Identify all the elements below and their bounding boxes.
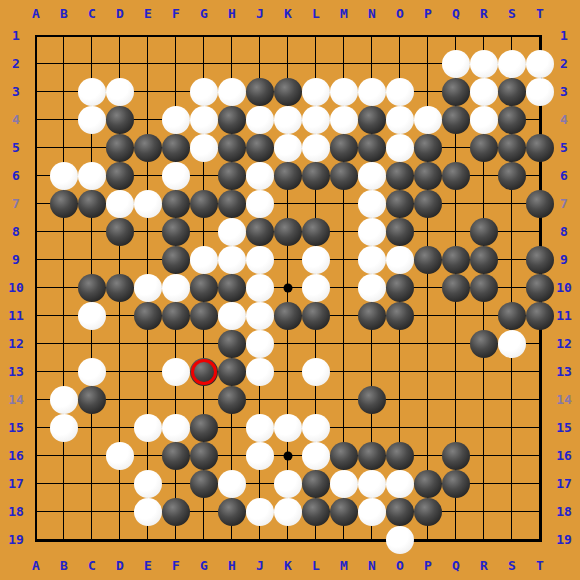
- intersection-S17[interactable]: [498, 470, 526, 498]
- intersection-S4[interactable]: [498, 106, 526, 134]
- intersection-M12[interactable]: [330, 330, 358, 358]
- intersection-P6[interactable]: [414, 162, 442, 190]
- intersection-J7[interactable]: [246, 190, 274, 218]
- intersection-C11[interactable]: [78, 302, 106, 330]
- intersection-L10[interactable]: [302, 274, 330, 302]
- intersection-E17[interactable]: [134, 470, 162, 498]
- intersection-H18[interactable]: [218, 498, 246, 526]
- intersection-L17[interactable]: [302, 470, 330, 498]
- intersection-S8[interactable]: [498, 218, 526, 246]
- intersection-H13[interactable]: [218, 358, 246, 386]
- intersection-R15[interactable]: [470, 414, 498, 442]
- intersection-D13[interactable]: [106, 358, 134, 386]
- intersection-F12[interactable]: [162, 330, 190, 358]
- intersection-B2[interactable]: [50, 50, 78, 78]
- intersection-C7[interactable]: [78, 190, 106, 218]
- intersection-G8[interactable]: [190, 218, 218, 246]
- intersection-C17[interactable]: [78, 470, 106, 498]
- intersection-O9[interactable]: [386, 246, 414, 274]
- intersection-F4[interactable]: [162, 106, 190, 134]
- intersection-N2[interactable]: [358, 50, 386, 78]
- intersection-O2[interactable]: [386, 50, 414, 78]
- intersection-H3[interactable]: [218, 78, 246, 106]
- intersection-K3[interactable]: [274, 78, 302, 106]
- intersection-N14[interactable]: [358, 386, 386, 414]
- intersection-S10[interactable]: [498, 274, 526, 302]
- intersection-D17[interactable]: [106, 470, 134, 498]
- intersection-D4[interactable]: [106, 106, 134, 134]
- intersection-F17[interactable]: [162, 470, 190, 498]
- intersection-K4[interactable]: [274, 106, 302, 134]
- intersection-Q15[interactable]: [442, 414, 470, 442]
- intersection-P17[interactable]: [414, 470, 442, 498]
- intersection-L4[interactable]: [302, 106, 330, 134]
- intersection-C6[interactable]: [78, 162, 106, 190]
- intersection-E6[interactable]: [134, 162, 162, 190]
- intersection-B12[interactable]: [50, 330, 78, 358]
- intersection-G9[interactable]: [190, 246, 218, 274]
- intersection-P12[interactable]: [414, 330, 442, 358]
- intersection-C19[interactable]: [78, 526, 106, 554]
- intersection-K13[interactable]: [274, 358, 302, 386]
- intersection-F10[interactable]: [162, 274, 190, 302]
- intersection-D5[interactable]: [106, 134, 134, 162]
- intersection-M7[interactable]: [330, 190, 358, 218]
- intersection-M9[interactable]: [330, 246, 358, 274]
- intersection-K14[interactable]: [274, 386, 302, 414]
- intersection-R13[interactable]: [470, 358, 498, 386]
- intersection-M15[interactable]: [330, 414, 358, 442]
- intersection-E18[interactable]: [134, 498, 162, 526]
- intersection-C18[interactable]: [78, 498, 106, 526]
- intersection-D11[interactable]: [106, 302, 134, 330]
- intersection-G10[interactable]: [190, 274, 218, 302]
- intersection-R4[interactable]: [470, 106, 498, 134]
- intersection-C10[interactable]: [78, 274, 106, 302]
- intersection-E2[interactable]: [134, 50, 162, 78]
- intersection-O18[interactable]: [386, 498, 414, 526]
- intersection-P15[interactable]: [414, 414, 442, 442]
- intersection-H11[interactable]: [218, 302, 246, 330]
- intersection-B14[interactable]: [50, 386, 78, 414]
- intersection-Q4[interactable]: [442, 106, 470, 134]
- intersection-H6[interactable]: [218, 162, 246, 190]
- intersection-S9[interactable]: [498, 246, 526, 274]
- intersection-G11[interactable]: [190, 302, 218, 330]
- intersection-H10[interactable]: [218, 274, 246, 302]
- intersection-K7[interactable]: [274, 190, 302, 218]
- intersection-M8[interactable]: [330, 218, 358, 246]
- intersection-J13[interactable]: [246, 358, 274, 386]
- intersection-S11[interactable]: [498, 302, 526, 330]
- intersection-R5[interactable]: [470, 134, 498, 162]
- intersection-L14[interactable]: [302, 386, 330, 414]
- intersection-R19[interactable]: [470, 526, 498, 554]
- intersection-F11[interactable]: [162, 302, 190, 330]
- intersection-C4[interactable]: [78, 106, 106, 134]
- intersection-K5[interactable]: [274, 134, 302, 162]
- intersection-B9[interactable]: [50, 246, 78, 274]
- intersection-S15[interactable]: [498, 414, 526, 442]
- intersection-E13[interactable]: [134, 358, 162, 386]
- intersection-H7[interactable]: [218, 190, 246, 218]
- intersection-P13[interactable]: [414, 358, 442, 386]
- intersection-C3[interactable]: [78, 78, 106, 106]
- intersection-L15[interactable]: [302, 414, 330, 442]
- intersection-N17[interactable]: [358, 470, 386, 498]
- intersection-F9[interactable]: [162, 246, 190, 274]
- intersection-G7[interactable]: [190, 190, 218, 218]
- intersection-R11[interactable]: [470, 302, 498, 330]
- intersection-F8[interactable]: [162, 218, 190, 246]
- intersection-Q9[interactable]: [442, 246, 470, 274]
- intersection-F14[interactable]: [162, 386, 190, 414]
- intersection-Q17[interactable]: [442, 470, 470, 498]
- intersection-O3[interactable]: [386, 78, 414, 106]
- intersection-Q13[interactable]: [442, 358, 470, 386]
- intersection-N7[interactable]: [358, 190, 386, 218]
- intersection-L5[interactable]: [302, 134, 330, 162]
- intersection-P5[interactable]: [414, 134, 442, 162]
- intersection-S19[interactable]: [498, 526, 526, 554]
- intersection-Q19[interactable]: [442, 526, 470, 554]
- intersection-M11[interactable]: [330, 302, 358, 330]
- intersection-J4[interactable]: [246, 106, 274, 134]
- intersection-K2[interactable]: [274, 50, 302, 78]
- intersection-N10[interactable]: [358, 274, 386, 302]
- intersection-P19[interactable]: [414, 526, 442, 554]
- intersection-H9[interactable]: [218, 246, 246, 274]
- intersection-T3[interactable]: [526, 78, 554, 106]
- intersection-B17[interactable]: [50, 470, 78, 498]
- intersection-L18[interactable]: [302, 498, 330, 526]
- intersection-B7[interactable]: [50, 190, 78, 218]
- intersection-G19[interactable]: [190, 526, 218, 554]
- intersection-N11[interactable]: [358, 302, 386, 330]
- intersection-R10[interactable]: [470, 274, 498, 302]
- intersection-P7[interactable]: [414, 190, 442, 218]
- intersection-N16[interactable]: [358, 442, 386, 470]
- intersection-R17[interactable]: [470, 470, 498, 498]
- intersection-D10[interactable]: [106, 274, 134, 302]
- intersection-L16[interactable]: [302, 442, 330, 470]
- intersection-M10[interactable]: [330, 274, 358, 302]
- intersection-E12[interactable]: [134, 330, 162, 358]
- intersection-D9[interactable]: [106, 246, 134, 274]
- intersection-F7[interactable]: [162, 190, 190, 218]
- intersection-B6[interactable]: [50, 162, 78, 190]
- intersection-E5[interactable]: [134, 134, 162, 162]
- intersection-S5[interactable]: [498, 134, 526, 162]
- intersection-J8[interactable]: [246, 218, 274, 246]
- intersection-L3[interactable]: [302, 78, 330, 106]
- intersection-G3[interactable]: [190, 78, 218, 106]
- intersection-L6[interactable]: [302, 162, 330, 190]
- intersection-P10[interactable]: [414, 274, 442, 302]
- intersection-S12[interactable]: [498, 330, 526, 358]
- intersection-B18[interactable]: [50, 498, 78, 526]
- intersection-L9[interactable]: [302, 246, 330, 274]
- intersection-M16[interactable]: [330, 442, 358, 470]
- intersection-D19[interactable]: [106, 526, 134, 554]
- intersection-Q3[interactable]: [442, 78, 470, 106]
- intersection-C15[interactable]: [78, 414, 106, 442]
- intersection-L12[interactable]: [302, 330, 330, 358]
- intersection-H5[interactable]: [218, 134, 246, 162]
- intersection-P4[interactable]: [414, 106, 442, 134]
- intersection-B10[interactable]: [50, 274, 78, 302]
- intersection-C16[interactable]: [78, 442, 106, 470]
- intersection-H2[interactable]: [218, 50, 246, 78]
- intersection-J10[interactable]: [246, 274, 274, 302]
- intersection-M18[interactable]: [330, 498, 358, 526]
- intersection-J9[interactable]: [246, 246, 274, 274]
- intersection-F2[interactable]: [162, 50, 190, 78]
- intersection-G5[interactable]: [190, 134, 218, 162]
- intersection-D8[interactable]: [106, 218, 134, 246]
- intersection-M6[interactable]: [330, 162, 358, 190]
- intersection-R9[interactable]: [470, 246, 498, 274]
- intersection-T11[interactable]: [526, 302, 554, 330]
- intersection-M5[interactable]: [330, 134, 358, 162]
- intersection-P18[interactable]: [414, 498, 442, 526]
- intersection-Q7[interactable]: [442, 190, 470, 218]
- intersection-P11[interactable]: [414, 302, 442, 330]
- intersection-E4[interactable]: [134, 106, 162, 134]
- intersection-T2[interactable]: [526, 50, 554, 78]
- intersection-F19[interactable]: [162, 526, 190, 554]
- intersection-E10[interactable]: [134, 274, 162, 302]
- intersection-D14[interactable]: [106, 386, 134, 414]
- intersection-F3[interactable]: [162, 78, 190, 106]
- intersection-O17[interactable]: [386, 470, 414, 498]
- intersection-L19[interactable]: [302, 526, 330, 554]
- intersection-M4[interactable]: [330, 106, 358, 134]
- intersection-J12[interactable]: [246, 330, 274, 358]
- intersection-D2[interactable]: [106, 50, 134, 78]
- intersection-C14[interactable]: [78, 386, 106, 414]
- intersection-T5[interactable]: [526, 134, 554, 162]
- intersection-E3[interactable]: [134, 78, 162, 106]
- intersection-O15[interactable]: [386, 414, 414, 442]
- intersection-R6[interactable]: [470, 162, 498, 190]
- intersection-T10[interactable]: [526, 274, 554, 302]
- intersection-G13[interactable]: [190, 358, 218, 386]
- intersection-N18[interactable]: [358, 498, 386, 526]
- intersection-O10[interactable]: [386, 274, 414, 302]
- intersection-H12[interactable]: [218, 330, 246, 358]
- intersection-O12[interactable]: [386, 330, 414, 358]
- intersection-K8[interactable]: [274, 218, 302, 246]
- intersection-B16[interactable]: [50, 442, 78, 470]
- intersection-B3[interactable]: [50, 78, 78, 106]
- intersection-K19[interactable]: [274, 526, 302, 554]
- intersection-O13[interactable]: [386, 358, 414, 386]
- intersection-R12[interactable]: [470, 330, 498, 358]
- intersection-G17[interactable]: [190, 470, 218, 498]
- intersection-B8[interactable]: [50, 218, 78, 246]
- intersection-K6[interactable]: [274, 162, 302, 190]
- intersection-L8[interactable]: [302, 218, 330, 246]
- intersection-B4[interactable]: [50, 106, 78, 134]
- intersection-S18[interactable]: [498, 498, 526, 526]
- intersection-D18[interactable]: [106, 498, 134, 526]
- intersection-N9[interactable]: [358, 246, 386, 274]
- intersection-G6[interactable]: [190, 162, 218, 190]
- intersection-R8[interactable]: [470, 218, 498, 246]
- intersection-Q14[interactable]: [442, 386, 470, 414]
- intersection-E14[interactable]: [134, 386, 162, 414]
- intersection-E7[interactable]: [134, 190, 162, 218]
- intersection-E9[interactable]: [134, 246, 162, 274]
- intersection-J17[interactable]: [246, 470, 274, 498]
- intersection-N3[interactable]: [358, 78, 386, 106]
- intersection-S2[interactable]: [498, 50, 526, 78]
- intersection-Q18[interactable]: [442, 498, 470, 526]
- intersection-S16[interactable]: [498, 442, 526, 470]
- intersection-K16[interactable]: [274, 442, 302, 470]
- intersection-K11[interactable]: [274, 302, 302, 330]
- intersection-R2[interactable]: [470, 50, 498, 78]
- intersection-D12[interactable]: [106, 330, 134, 358]
- intersection-O19[interactable]: [386, 526, 414, 554]
- intersection-M13[interactable]: [330, 358, 358, 386]
- intersection-Q12[interactable]: [442, 330, 470, 358]
- intersection-G14[interactable]: [190, 386, 218, 414]
- intersection-G12[interactable]: [190, 330, 218, 358]
- intersection-J15[interactable]: [246, 414, 274, 442]
- intersection-K18[interactable]: [274, 498, 302, 526]
- intersection-C9[interactable]: [78, 246, 106, 274]
- intersection-E16[interactable]: [134, 442, 162, 470]
- intersection-C8[interactable]: [78, 218, 106, 246]
- intersection-N19[interactable]: [358, 526, 386, 554]
- intersection-O4[interactable]: [386, 106, 414, 134]
- intersection-H8[interactable]: [218, 218, 246, 246]
- intersection-P9[interactable]: [414, 246, 442, 274]
- intersection-Q10[interactable]: [442, 274, 470, 302]
- intersection-K15[interactable]: [274, 414, 302, 442]
- intersection-Q2[interactable]: [442, 50, 470, 78]
- intersection-Q6[interactable]: [442, 162, 470, 190]
- intersection-O8[interactable]: [386, 218, 414, 246]
- intersection-L11[interactable]: [302, 302, 330, 330]
- intersection-G4[interactable]: [190, 106, 218, 134]
- intersection-P2[interactable]: [414, 50, 442, 78]
- intersection-F15[interactable]: [162, 414, 190, 442]
- intersection-J6[interactable]: [246, 162, 274, 190]
- intersection-N5[interactable]: [358, 134, 386, 162]
- intersection-O11[interactable]: [386, 302, 414, 330]
- intersection-B15[interactable]: [50, 414, 78, 442]
- intersection-F18[interactable]: [162, 498, 190, 526]
- intersection-R18[interactable]: [470, 498, 498, 526]
- intersection-D15[interactable]: [106, 414, 134, 442]
- intersection-T9[interactable]: [526, 246, 554, 274]
- intersection-H14[interactable]: [218, 386, 246, 414]
- intersection-M17[interactable]: [330, 470, 358, 498]
- intersection-P8[interactable]: [414, 218, 442, 246]
- intersection-M14[interactable]: [330, 386, 358, 414]
- intersection-H16[interactable]: [218, 442, 246, 470]
- intersection-G16[interactable]: [190, 442, 218, 470]
- intersection-K9[interactable]: [274, 246, 302, 274]
- intersection-N13[interactable]: [358, 358, 386, 386]
- intersection-M19[interactable]: [330, 526, 358, 554]
- intersection-J18[interactable]: [246, 498, 274, 526]
- intersection-S14[interactable]: [498, 386, 526, 414]
- intersection-J19[interactable]: [246, 526, 274, 554]
- intersection-C13[interactable]: [78, 358, 106, 386]
- intersection-H19[interactable]: [218, 526, 246, 554]
- intersection-G18[interactable]: [190, 498, 218, 526]
- intersection-K10[interactable]: [274, 274, 302, 302]
- intersection-H17[interactable]: [218, 470, 246, 498]
- intersection-J14[interactable]: [246, 386, 274, 414]
- intersection-E15[interactable]: [134, 414, 162, 442]
- intersection-D16[interactable]: [106, 442, 134, 470]
- intersection-O5[interactable]: [386, 134, 414, 162]
- intersection-F5[interactable]: [162, 134, 190, 162]
- intersection-J11[interactable]: [246, 302, 274, 330]
- intersection-J5[interactable]: [246, 134, 274, 162]
- intersection-E19[interactable]: [134, 526, 162, 554]
- intersection-B19[interactable]: [50, 526, 78, 554]
- intersection-N6[interactable]: [358, 162, 386, 190]
- intersection-H4[interactable]: [218, 106, 246, 134]
- intersection-R16[interactable]: [470, 442, 498, 470]
- intersection-S6[interactable]: [498, 162, 526, 190]
- intersection-Q16[interactable]: [442, 442, 470, 470]
- intersection-C5[interactable]: [78, 134, 106, 162]
- intersection-L13[interactable]: [302, 358, 330, 386]
- intersection-D3[interactable]: [106, 78, 134, 106]
- intersection-L2[interactable]: [302, 50, 330, 78]
- intersection-O6[interactable]: [386, 162, 414, 190]
- intersection-T7[interactable]: [526, 190, 554, 218]
- intersection-P16[interactable]: [414, 442, 442, 470]
- intersection-O7[interactable]: [386, 190, 414, 218]
- intersection-C2[interactable]: [78, 50, 106, 78]
- intersection-N4[interactable]: [358, 106, 386, 134]
- intersection-P3[interactable]: [414, 78, 442, 106]
- intersection-O14[interactable]: [386, 386, 414, 414]
- intersection-O16[interactable]: [386, 442, 414, 470]
- intersection-F6[interactable]: [162, 162, 190, 190]
- intersection-E8[interactable]: [134, 218, 162, 246]
- intersection-G2[interactable]: [190, 50, 218, 78]
- intersection-S3[interactable]: [498, 78, 526, 106]
- intersection-R3[interactable]: [470, 78, 498, 106]
- intersection-F13[interactable]: [162, 358, 190, 386]
- intersection-K17[interactable]: [274, 470, 302, 498]
- intersection-Q11[interactable]: [442, 302, 470, 330]
- intersection-H15[interactable]: [218, 414, 246, 442]
- intersection-M3[interactable]: [330, 78, 358, 106]
- intersection-G15[interactable]: [190, 414, 218, 442]
- intersection-N8[interactable]: [358, 218, 386, 246]
- intersection-N15[interactable]: [358, 414, 386, 442]
- intersection-F16[interactable]: [162, 442, 190, 470]
- intersection-R7[interactable]: [470, 190, 498, 218]
- intersection-K12[interactable]: [274, 330, 302, 358]
- intersection-B13[interactable]: [50, 358, 78, 386]
- intersection-R14[interactable]: [470, 386, 498, 414]
- intersection-J2[interactable]: [246, 50, 274, 78]
- intersection-C12[interactable]: [78, 330, 106, 358]
- intersection-J16[interactable]: [246, 442, 274, 470]
- intersection-B5[interactable]: [50, 134, 78, 162]
